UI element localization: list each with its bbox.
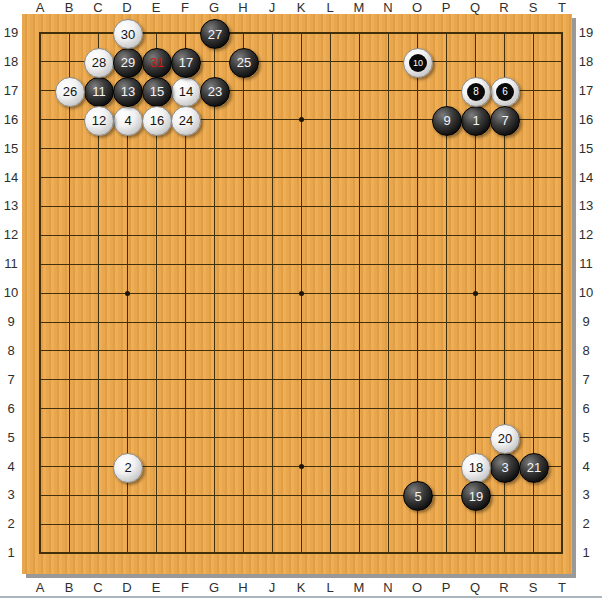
row-label-left: 8 <box>0 344 23 358</box>
column-label-top: S <box>521 1 545 15</box>
column-label-bottom: O <box>405 581 429 595</box>
move-number: 9 <box>443 114 450 127</box>
column-label-top: B <box>57 1 81 15</box>
row-label-right: 9 <box>574 315 598 329</box>
grid-line-vertical <box>561 32 563 554</box>
column-label-top: M <box>347 1 371 15</box>
row-label-right: 18 <box>574 55 598 69</box>
stone-white-28-C18: 28 <box>84 48 114 78</box>
row-label-right: 11 <box>574 257 598 271</box>
grid-line-horizontal <box>39 350 563 351</box>
column-label-bottom: Q <box>463 581 487 595</box>
move-number: 15 <box>150 85 164 98</box>
row-label-left: 10 <box>0 286 23 300</box>
stone-white-24-F16: 24 <box>171 106 201 136</box>
column-label-top: A <box>28 1 52 15</box>
move-number: 26 <box>63 85 77 98</box>
row-label-right: 15 <box>574 142 598 156</box>
stone-white-30-D19: 30 <box>113 19 143 49</box>
column-label-bottom: T <box>550 581 574 595</box>
stone-black-7-R16: 7 <box>490 106 520 136</box>
stone-white-26-B17: 26 <box>55 77 85 107</box>
row-label-left: 9 <box>0 315 23 329</box>
column-label-bottom: B <box>57 581 81 595</box>
column-label-bottom: E <box>144 581 168 595</box>
stone-black-21-S4: 21 <box>519 453 549 483</box>
move-number: 5 <box>414 490 421 503</box>
move-number: 31 <box>150 56 164 69</box>
stone-black-31-E18: 31 <box>142 48 172 78</box>
row-label-right: 13 <box>574 199 598 213</box>
row-label-left: 16 <box>0 113 23 127</box>
column-label-top: T <box>550 1 574 15</box>
column-label-top: K <box>289 1 313 15</box>
stone-black-29-D18: 29 <box>113 48 143 78</box>
row-label-right: 4 <box>574 460 598 474</box>
move-number: 13 <box>121 85 135 98</box>
stone-black-13-D17: 13 <box>113 77 143 107</box>
column-label-top: R <box>492 1 516 15</box>
stone-black-17-F18: 17 <box>171 48 201 78</box>
move-number: 17 <box>179 56 193 69</box>
move-number: 20 <box>498 432 512 445</box>
stone-white-4-D16: 4 <box>113 106 143 136</box>
black-disc-move-number: 8 <box>467 83 485 101</box>
row-label-right: 6 <box>574 402 598 416</box>
grid-line-horizontal <box>39 437 563 438</box>
column-label-bottom: J <box>260 581 284 595</box>
row-label-left: 5 <box>0 431 23 445</box>
move-number: 18 <box>469 461 483 474</box>
grid-line-vertical <box>330 32 331 554</box>
grid-line-vertical <box>359 32 360 554</box>
row-label-left: 7 <box>0 373 23 387</box>
column-label-bottom: H <box>231 581 255 595</box>
star-point <box>299 291 304 296</box>
star-point <box>125 291 130 296</box>
star-point <box>299 117 304 122</box>
row-label-left: 3 <box>0 488 23 502</box>
move-number: 7 <box>501 114 508 127</box>
column-label-top: G <box>202 1 226 15</box>
move-number: 2 <box>124 461 131 474</box>
column-label-bottom: A <box>28 581 52 595</box>
row-label-right: 3 <box>574 488 598 502</box>
move-number: 3 <box>501 461 508 474</box>
grid-line-vertical <box>388 32 389 554</box>
stone-white-20-R5: 20 <box>490 424 520 454</box>
row-label-right: 17 <box>574 84 598 98</box>
row-label-left: 11 <box>0 257 23 271</box>
stone-black-27-G19: 27 <box>200 19 230 49</box>
stone-white-18-Q4: 18 <box>461 453 491 483</box>
row-label-right: 14 <box>574 171 598 185</box>
row-label-right: 16 <box>574 113 598 127</box>
row-label-right: 5 <box>574 431 598 445</box>
column-label-top: E <box>144 1 168 15</box>
stone-white-8-Q17: 8 <box>461 77 491 107</box>
row-label-right: 19 <box>574 26 598 40</box>
stone-white-16-E16: 16 <box>142 106 172 136</box>
stone-black-11-C17: 11 <box>84 77 114 107</box>
column-label-bottom: F <box>173 581 197 595</box>
column-label-bottom: S <box>521 581 545 595</box>
move-number: 14 <box>179 85 193 98</box>
column-label-bottom: L <box>318 581 342 595</box>
move-number: 4 <box>124 114 131 127</box>
column-label-top: P <box>434 1 458 15</box>
column-label-top: F <box>173 1 197 15</box>
grid-line-horizontal <box>39 379 563 380</box>
row-label-left: 17 <box>0 84 23 98</box>
stone-black-3-R4: 3 <box>490 453 520 483</box>
column-label-top: J <box>260 1 284 15</box>
black-disc-move-number: 6 <box>496 83 514 101</box>
row-label-left: 19 <box>0 26 23 40</box>
row-label-left: 4 <box>0 460 23 474</box>
row-label-left: 6 <box>0 402 23 416</box>
move-number: 25 <box>237 56 251 69</box>
column-label-bottom: M <box>347 581 371 595</box>
grid-line-horizontal <box>39 408 563 409</box>
stone-white-10-O18: 10 <box>403 48 433 78</box>
stone-white-6-R17: 6 <box>490 77 520 107</box>
row-label-right: 10 <box>574 286 598 300</box>
stone-black-9-P16: 9 <box>432 106 462 136</box>
stone-black-23-G17: 23 <box>200 77 230 107</box>
row-label-right: 7 <box>574 373 598 387</box>
row-label-left: 13 <box>0 199 23 213</box>
row-label-right: 8 <box>574 344 598 358</box>
column-label-bottom: R <box>492 581 516 595</box>
stone-black-25-H18: 25 <box>229 48 259 78</box>
column-label-bottom: P <box>434 581 458 595</box>
stone-black-15-E17: 15 <box>142 77 172 107</box>
column-label-bottom: D <box>115 581 139 595</box>
black-disc-move-number: 10 <box>409 54 427 72</box>
grid-line-horizontal <box>39 524 563 525</box>
star-point <box>473 291 478 296</box>
move-number: 29 <box>121 56 135 69</box>
row-label-right: 2 <box>574 517 598 531</box>
column-label-bottom: K <box>289 581 313 595</box>
go-diagram: AABBCCDDEEFFGGHHJJKKLLMMNNOOPPQQRRSSTT19… <box>0 0 602 598</box>
move-number: 11 <box>92 85 106 98</box>
stone-white-14-F17: 14 <box>171 77 201 107</box>
grid-line-horizontal <box>39 322 563 323</box>
column-label-top: D <box>115 1 139 15</box>
column-label-top: H <box>231 1 255 15</box>
column-label-top: O <box>405 1 429 15</box>
grid-line-horizontal <box>39 552 563 554</box>
row-label-right: 12 <box>574 228 598 242</box>
move-number: 24 <box>179 114 193 127</box>
move-number: 28 <box>92 56 106 69</box>
column-label-bottom: N <box>376 581 400 595</box>
column-label-top: L <box>318 1 342 15</box>
row-label-left: 15 <box>0 142 23 156</box>
column-label-top: C <box>86 1 110 15</box>
stone-white-2-D4: 2 <box>113 453 143 483</box>
row-label-left: 18 <box>0 55 23 69</box>
star-point <box>299 464 304 469</box>
move-number: 27 <box>208 28 222 41</box>
row-label-right: 1 <box>574 546 598 560</box>
row-label-left: 1 <box>0 546 23 560</box>
move-number: 21 <box>527 461 541 474</box>
move-number: 12 <box>92 114 106 127</box>
stone-black-1-Q16: 1 <box>461 106 491 136</box>
move-number: 23 <box>208 85 222 98</box>
row-label-left: 12 <box>0 228 23 242</box>
move-number: 19 <box>469 490 483 503</box>
stone-white-12-C16: 12 <box>84 106 114 136</box>
column-label-bottom: C <box>86 581 110 595</box>
row-label-left: 2 <box>0 517 23 531</box>
column-label-top: N <box>376 1 400 15</box>
move-number: 1 <box>472 114 479 127</box>
column-label-bottom: G <box>202 581 226 595</box>
move-number: 16 <box>150 114 164 127</box>
row-label-left: 14 <box>0 171 23 185</box>
move-number: 30 <box>121 28 135 41</box>
column-label-top: Q <box>463 1 487 15</box>
grid-line-vertical <box>417 32 418 554</box>
